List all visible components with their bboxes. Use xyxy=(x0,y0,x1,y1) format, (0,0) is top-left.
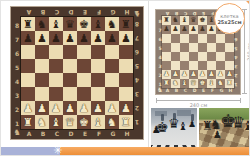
white-piece-icon: ♟ xyxy=(65,103,75,114)
square-f7: ♟ xyxy=(91,31,105,45)
square-g8: ♞ xyxy=(105,17,119,31)
file-label: D xyxy=(64,128,78,138)
square-b3 xyxy=(35,87,49,101)
rank-label: 7 xyxy=(12,32,22,46)
white-piece-icon: ♜ xyxy=(163,80,169,87)
square-d8: ♛ xyxy=(63,17,77,31)
square-g3 xyxy=(216,61,225,70)
white-piece-icon: ♟ xyxy=(217,71,223,78)
square-c3 xyxy=(49,87,63,101)
file-label: C xyxy=(181,87,190,93)
file-label: E xyxy=(199,87,208,93)
file-label: A xyxy=(22,8,36,18)
rank-label: 3 xyxy=(157,62,163,71)
square-h8: ♜ xyxy=(119,17,133,31)
rank-label: 6 xyxy=(12,46,22,60)
square-a1: ♜ xyxy=(21,115,35,129)
black-piece-icon: ♟ xyxy=(107,33,117,44)
square-e8: ♚ xyxy=(77,17,91,31)
square-h5 xyxy=(119,59,133,73)
square-f2: ♟ xyxy=(207,70,216,79)
square-e2: ♟ xyxy=(198,70,207,79)
square-d1: ♛ xyxy=(63,115,77,129)
file-label: D xyxy=(190,11,199,17)
square-g4 xyxy=(216,52,225,61)
square-a7: ♟ xyxy=(162,25,171,34)
file-label: E xyxy=(78,8,92,18)
square-f1: ♝ xyxy=(91,115,105,129)
square-d4 xyxy=(63,73,77,87)
white-piece-icon: ♚ xyxy=(199,80,205,87)
file-label: E xyxy=(78,128,92,138)
square-g3 xyxy=(105,87,119,101)
giant-chess-piece-icon: ♟ xyxy=(152,125,161,135)
dimension-tick xyxy=(242,93,247,94)
square-d8: ♛ xyxy=(189,16,198,25)
rank-label: 2 xyxy=(157,71,163,80)
square-c1: ♝ xyxy=(49,115,63,129)
white-piece-icon: ♛ xyxy=(65,117,75,128)
square-e3 xyxy=(198,61,207,70)
rank-label: 6 xyxy=(132,46,142,60)
white-piece-icon: ♞ xyxy=(172,80,178,87)
file-label: E xyxy=(199,11,208,17)
square-a3 xyxy=(162,61,171,70)
square-f4 xyxy=(207,52,216,61)
black-piece-icon: ♝ xyxy=(181,17,187,24)
black-piece-icon: ♟ xyxy=(37,33,47,44)
square-d5 xyxy=(189,43,198,52)
photo-giant-chess-indoor: ♚♟♛♝♟ xyxy=(151,108,197,147)
square-e7: ♟ xyxy=(77,31,91,45)
square-h7: ♟ xyxy=(119,31,133,45)
file-labels-bottom: ABCDEFGH xyxy=(22,128,134,138)
white-piece-icon: ♚ xyxy=(79,117,89,128)
rank-label: 4 xyxy=(157,53,163,62)
white-piece-icon: ♟ xyxy=(107,103,117,114)
board-grid: ♜♞♝♛♚♝♞♜♟♟♟♟♟♟♟♟♟♟♟♟♟♟♟♟♜♞♝♛♚♝♞♜ xyxy=(21,17,133,129)
file-label: G xyxy=(106,128,120,138)
white-piece-icon: ♟ xyxy=(79,103,89,114)
file-label: B xyxy=(36,128,50,138)
square-a3 xyxy=(21,87,35,101)
rank-labels-left: 87654321 xyxy=(12,18,22,130)
square-e5 xyxy=(77,59,91,73)
height-dimension: 240 см xyxy=(244,9,250,94)
giant-chess-piece-icon: ♝ xyxy=(178,121,188,132)
square-b6 xyxy=(35,45,49,59)
black-piece-icon: ♝ xyxy=(93,19,103,30)
rank-label: 5 xyxy=(132,60,142,74)
black-piece-icon: ♟ xyxy=(181,26,187,33)
square-e4 xyxy=(77,73,91,87)
square-f6 xyxy=(91,45,105,59)
square-c6 xyxy=(180,34,189,43)
square-b8: ♞ xyxy=(171,16,180,25)
black-piece-icon: ♝ xyxy=(51,19,61,30)
file-label: G xyxy=(217,87,226,93)
snowflake-logo-icon: ✳ xyxy=(53,145,62,156)
rank-label: 6 xyxy=(157,35,163,44)
black-piece-icon: ♟ xyxy=(51,33,61,44)
black-piece-icon: ♜ xyxy=(121,19,131,30)
square-b7: ♟ xyxy=(171,25,180,34)
square-d5 xyxy=(63,59,77,73)
square-d2: ♟ xyxy=(63,101,77,115)
giant-chess-piece-icon: ♟ xyxy=(188,120,196,129)
knight-logo-icon: ♞ xyxy=(157,87,163,93)
square-b8: ♞ xyxy=(35,17,49,31)
file-labels-top: ABCDEFGH xyxy=(22,8,134,18)
black-piece-icon: ♟ xyxy=(208,26,214,33)
black-piece-icon: ♛ xyxy=(190,17,196,24)
corner-fold-decoration xyxy=(241,0,250,7)
square-f5 xyxy=(207,43,216,52)
square-g6 xyxy=(216,34,225,43)
square-c5 xyxy=(180,43,189,52)
white-piece-icon: ♞ xyxy=(107,117,117,128)
square-f3 xyxy=(207,61,216,70)
square-c2: ♟ xyxy=(180,70,189,79)
black-piece-icon: ♟ xyxy=(172,26,178,33)
dimension-line xyxy=(156,100,241,101)
height-dimension-label: 240 см xyxy=(246,43,250,61)
file-label: A xyxy=(163,87,172,93)
square-d7: ♟ xyxy=(189,25,198,34)
square-h2: ♟ xyxy=(119,101,133,115)
square-b2: ♟ xyxy=(35,101,49,115)
white-piece-icon: ♝ xyxy=(181,80,187,87)
file-label: A xyxy=(22,128,36,138)
square-f7: ♟ xyxy=(207,25,216,34)
black-piece-icon: ♟ xyxy=(190,26,196,33)
white-piece-icon: ♜ xyxy=(226,80,232,87)
photo-giant-chess-outdoor: ♜♞♚♛♝♟ xyxy=(199,108,250,147)
file-label: C xyxy=(181,11,190,17)
rank-label: 6 xyxy=(233,35,239,44)
square-b3 xyxy=(171,61,180,70)
black-piece-icon: ♟ xyxy=(65,33,75,44)
rank-label: 3 xyxy=(12,88,22,102)
square-a6 xyxy=(162,34,171,43)
file-label: D xyxy=(190,87,199,93)
square-a8: ♜ xyxy=(21,17,35,31)
white-piece-icon: ♞ xyxy=(217,80,223,87)
square-a6 xyxy=(21,45,35,59)
square-b2: ♟ xyxy=(171,70,180,79)
white-piece-icon: ♛ xyxy=(190,80,196,87)
giant-chess-piece-icon: ♝ xyxy=(242,119,250,132)
square-c7: ♟ xyxy=(49,31,63,45)
rank-label: 5 xyxy=(157,44,163,53)
square-h3 xyxy=(119,87,133,101)
file-labels-bottom: ABCDEFGH xyxy=(163,87,235,93)
black-piece-icon: ♞ xyxy=(172,17,178,24)
square-c4 xyxy=(49,73,63,87)
rank-label: 5 xyxy=(12,60,22,74)
rank-label: 3 xyxy=(132,88,142,102)
white-piece-icon: ♝ xyxy=(208,80,214,87)
square-e5 xyxy=(198,43,207,52)
black-piece-icon: ♟ xyxy=(93,33,103,44)
square-g1: ♞ xyxy=(105,115,119,129)
white-piece-icon: ♜ xyxy=(121,117,131,128)
square-f4 xyxy=(91,73,105,87)
white-piece-icon: ♟ xyxy=(121,103,131,114)
file-label: C xyxy=(50,8,64,18)
square-b5 xyxy=(35,59,49,73)
white-piece-icon: ♟ xyxy=(93,103,103,114)
square-c2: ♟ xyxy=(49,101,63,115)
black-piece-icon: ♞ xyxy=(107,19,117,30)
rank-label: 5 xyxy=(233,44,239,53)
square-d7: ♟ xyxy=(63,31,77,45)
square-e6 xyxy=(77,45,91,59)
white-piece-icon: ♟ xyxy=(226,71,232,78)
square-g7: ♟ xyxy=(105,31,119,45)
square-b7: ♟ xyxy=(35,31,49,45)
white-piece-icon: ♟ xyxy=(172,71,178,78)
rank-label: 3 xyxy=(233,62,239,71)
rank-labels-right: 87654321 xyxy=(132,18,142,130)
rank-label: 8 xyxy=(157,17,163,26)
white-piece-icon: ♟ xyxy=(23,103,33,114)
black-piece-icon: ♟ xyxy=(163,26,169,33)
panel-divider xyxy=(148,1,149,147)
square-g2: ♟ xyxy=(216,70,225,79)
square-a8: ♜ xyxy=(162,16,171,25)
rank-label: 8 xyxy=(12,18,22,32)
file-label: A xyxy=(163,11,172,17)
square-a5 xyxy=(21,59,35,73)
white-piece-icon: ♝ xyxy=(93,117,103,128)
square-a2: ♟ xyxy=(162,70,171,79)
file-label: D xyxy=(64,8,78,18)
badge-line2: 25х25см xyxy=(217,19,241,25)
white-piece-icon: ♞ xyxy=(37,117,47,128)
square-a2: ♟ xyxy=(21,101,35,115)
white-piece-icon: ♟ xyxy=(199,71,205,78)
rank-label: 8 xyxy=(132,18,142,32)
square-a7: ♟ xyxy=(21,31,35,45)
black-piece-icon: ♚ xyxy=(199,17,205,24)
square-b6 xyxy=(171,34,180,43)
rank-label: 2 xyxy=(12,102,22,116)
rank-labels-left: 87654321 xyxy=(157,17,163,89)
square-g5 xyxy=(216,43,225,52)
black-piece-icon: ♚ xyxy=(79,19,89,30)
rank-label: 4 xyxy=(132,74,142,88)
square-h1: ♜ xyxy=(119,115,133,129)
square-e1: ♚ xyxy=(77,115,91,129)
square-f3 xyxy=(91,87,105,101)
black-piece-icon: ♟ xyxy=(23,33,33,44)
square-f2: ♟ xyxy=(91,101,105,115)
rank-label: 7 xyxy=(132,32,142,46)
white-piece-icon: ♟ xyxy=(181,71,187,78)
square-f5 xyxy=(91,59,105,73)
square-d4 xyxy=(189,52,198,61)
square-a4 xyxy=(162,52,171,61)
giant-chess-piece-icon: ♟ xyxy=(213,130,222,140)
rank-label: 2 xyxy=(233,71,239,80)
square-g5 xyxy=(105,59,119,73)
chess-board-main: ♜♞♝♛♚♝♞♜♟♟♟♟♟♟♟♟♟♟♟♟♟♟♟♟♜♞♝♛♚♝♞♜ABCDEFGH… xyxy=(10,6,144,140)
square-f6 xyxy=(207,34,216,43)
white-piece-icon: ♟ xyxy=(163,71,169,78)
rank-label: 1 xyxy=(233,80,239,89)
square-c8: ♝ xyxy=(49,17,63,31)
square-g4 xyxy=(105,73,119,87)
black-piece-icon: ♛ xyxy=(65,19,75,30)
square-d3 xyxy=(63,87,77,101)
rank-label: 4 xyxy=(233,53,239,62)
square-e6 xyxy=(198,34,207,43)
square-h6 xyxy=(119,45,133,59)
file-label: F xyxy=(92,128,106,138)
white-piece-icon: ♟ xyxy=(37,103,47,114)
file-label: G xyxy=(106,8,120,18)
square-e7: ♟ xyxy=(198,25,207,34)
square-b4 xyxy=(171,52,180,61)
file-label: B xyxy=(36,8,50,18)
square-c5 xyxy=(49,59,63,73)
square-g2: ♟ xyxy=(105,101,119,115)
square-d2: ♟ xyxy=(189,70,198,79)
rank-label: 1 xyxy=(132,116,142,130)
footer-bar-orange xyxy=(60,147,250,156)
black-piece-icon: ♟ xyxy=(79,33,89,44)
square-f8: ♝ xyxy=(91,17,105,31)
square-b1: ♞ xyxy=(35,115,49,129)
rank-label: 4 xyxy=(12,74,22,88)
black-piece-icon: ♟ xyxy=(121,33,131,44)
square-c7: ♟ xyxy=(180,25,189,34)
white-piece-icon: ♝ xyxy=(51,117,61,128)
white-piece-icon: ♟ xyxy=(190,71,196,78)
black-piece-icon: ♞ xyxy=(37,19,47,30)
square-b4 xyxy=(35,73,49,87)
square-c4 xyxy=(180,52,189,61)
rank-label: 7 xyxy=(157,26,163,35)
knight-logo-icon: ♞ xyxy=(12,128,22,138)
square-h4 xyxy=(119,73,133,87)
square-c6 xyxy=(49,45,63,59)
file-label: F xyxy=(208,87,217,93)
rank-label: 2 xyxy=(132,102,142,116)
square-e4 xyxy=(198,52,207,61)
square-d3 xyxy=(189,61,198,70)
black-piece-icon: ♜ xyxy=(23,19,33,30)
knight-logo-icon: ♞ xyxy=(132,8,142,18)
square-g6 xyxy=(105,45,119,59)
square-a4 xyxy=(21,73,35,87)
square-e2: ♟ xyxy=(77,101,91,115)
square-e8: ♚ xyxy=(198,16,207,25)
file-label: F xyxy=(92,8,106,18)
square-c3 xyxy=(180,61,189,70)
width-dimension: 240 см xyxy=(156,98,241,108)
file-label: B xyxy=(172,87,181,93)
white-piece-icon: ♟ xyxy=(51,103,61,114)
cell-size-badge: клетка 25х25см xyxy=(214,3,245,34)
product-card: ♜♞♝♛♚♝♞♜♟♟♟♟♟♟♟♟♟♟♟♟♟♟♟♟♜♞♝♛♚♝♞♜ABCDEFGH… xyxy=(0,0,250,156)
footer-bar-blue xyxy=(1,147,60,156)
square-e3 xyxy=(77,87,91,101)
black-piece-icon: ♟ xyxy=(199,26,205,33)
square-b5 xyxy=(171,43,180,52)
square-c8: ♝ xyxy=(180,16,189,25)
square-d6 xyxy=(63,45,77,59)
file-label: C xyxy=(50,128,64,138)
black-piece-icon: ♜ xyxy=(163,17,169,24)
square-a5 xyxy=(162,43,171,52)
file-label: B xyxy=(172,11,181,17)
white-piece-icon: ♟ xyxy=(208,71,214,78)
white-piece-icon: ♜ xyxy=(23,117,33,128)
square-d6 xyxy=(189,34,198,43)
